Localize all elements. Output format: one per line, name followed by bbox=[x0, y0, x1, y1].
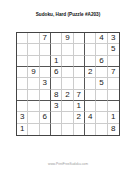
cell-r7c8 bbox=[96, 101, 107, 112]
sudoku-board: 7943516962735827313624118 bbox=[16, 32, 120, 136]
cell-r1c1 bbox=[17, 33, 28, 44]
cell-r8c1: 3 bbox=[17, 112, 28, 123]
cell-r4c4: 6 bbox=[51, 67, 62, 78]
cell-r5c8: 5 bbox=[96, 78, 107, 89]
cell-r6c8 bbox=[96, 90, 107, 101]
cell-r6c9 bbox=[108, 90, 119, 101]
cell-r2c3 bbox=[40, 44, 51, 55]
cell-r5c3: 3 bbox=[40, 78, 51, 89]
cell-r5c1 bbox=[17, 78, 28, 89]
cell-r8c7: 4 bbox=[85, 112, 96, 123]
cell-r7c1 bbox=[17, 101, 28, 112]
cell-r9c4 bbox=[51, 124, 62, 135]
cell-r5c4 bbox=[51, 78, 62, 89]
cell-r6c3 bbox=[40, 90, 51, 101]
cell-r1c3: 7 bbox=[40, 33, 51, 44]
cell-r7c2 bbox=[28, 101, 39, 112]
cell-r5c2 bbox=[28, 78, 39, 89]
cell-r5c9 bbox=[108, 78, 119, 89]
cell-r2c2 bbox=[28, 44, 39, 55]
cell-r8c2 bbox=[28, 112, 39, 123]
cell-r5c6 bbox=[74, 78, 85, 89]
cell-r2c5 bbox=[62, 44, 73, 55]
cell-r8c3: 6 bbox=[40, 112, 51, 123]
sudoku-page: Sudoku, Hard (Puzzle #A203) 794351696273… bbox=[0, 0, 136, 176]
cell-r7c5 bbox=[62, 101, 73, 112]
cell-r8c4 bbox=[51, 112, 62, 123]
cell-r2c7 bbox=[85, 44, 96, 55]
cell-r3c5 bbox=[62, 56, 73, 67]
cell-r6c7 bbox=[85, 90, 96, 101]
cell-r8c8 bbox=[96, 112, 107, 123]
cell-r8c6: 2 bbox=[74, 112, 85, 123]
cell-r7c3 bbox=[40, 101, 51, 112]
cell-r4c5 bbox=[62, 67, 73, 78]
cell-r2c6 bbox=[74, 44, 85, 55]
cell-r1c9: 3 bbox=[108, 33, 119, 44]
cell-r6c2 bbox=[28, 90, 39, 101]
cell-r7c9 bbox=[108, 101, 119, 112]
cell-r1c7 bbox=[85, 33, 96, 44]
cell-r5c5 bbox=[62, 78, 73, 89]
cell-r6c6: 7 bbox=[74, 90, 85, 101]
cell-r9c5 bbox=[62, 124, 73, 135]
cell-r6c5: 2 bbox=[62, 90, 73, 101]
cell-r4c7: 2 bbox=[85, 67, 96, 78]
cell-r3c6 bbox=[74, 56, 85, 67]
cell-r3c2 bbox=[28, 56, 39, 67]
cell-r9c7 bbox=[85, 124, 96, 135]
cell-r2c4 bbox=[51, 44, 62, 55]
cell-r4c3 bbox=[40, 67, 51, 78]
cell-r3c8: 6 bbox=[96, 56, 107, 67]
cell-r4c6 bbox=[74, 67, 85, 78]
cell-r3c7 bbox=[85, 56, 96, 67]
cell-r4c8 bbox=[96, 67, 107, 78]
cell-r4c9: 7 bbox=[108, 67, 119, 78]
cell-r9c9: 8 bbox=[108, 124, 119, 135]
cell-r1c4 bbox=[51, 33, 62, 44]
cell-r2c1 bbox=[17, 44, 28, 55]
cell-r8c5 bbox=[62, 112, 73, 123]
cell-r7c7 bbox=[85, 101, 96, 112]
cell-r9c3 bbox=[40, 124, 51, 135]
cell-r2c8 bbox=[96, 44, 107, 55]
cell-r6c1 bbox=[17, 90, 28, 101]
cell-r3c9 bbox=[108, 56, 119, 67]
cell-r6c4: 8 bbox=[51, 90, 62, 101]
cell-r1c8: 4 bbox=[96, 33, 107, 44]
cell-r7c6: 1 bbox=[74, 101, 85, 112]
cell-r5c7 bbox=[85, 78, 96, 89]
cell-r1c6 bbox=[74, 33, 85, 44]
cell-r4c2: 9 bbox=[28, 67, 39, 78]
cell-r9c2 bbox=[28, 124, 39, 135]
cell-r2c9: 5 bbox=[108, 44, 119, 55]
cell-r1c5: 9 bbox=[62, 33, 73, 44]
cell-r3c4: 1 bbox=[51, 56, 62, 67]
puzzle-title: Sudoku, Hard (Puzzle #A203) bbox=[15, 12, 121, 17]
cell-r7c4: 3 bbox=[51, 101, 62, 112]
cell-r4c1 bbox=[17, 67, 28, 78]
cell-r9c1: 1 bbox=[17, 124, 28, 135]
cell-r3c3 bbox=[40, 56, 51, 67]
cell-r8c9: 1 bbox=[108, 112, 119, 123]
cell-r9c6 bbox=[74, 124, 85, 135]
cell-r9c8 bbox=[96, 124, 107, 135]
cell-r1c2 bbox=[28, 33, 39, 44]
footer-url: www.PrintFreeSudoku.com bbox=[31, 162, 106, 165]
cell-r3c1 bbox=[17, 56, 28, 67]
